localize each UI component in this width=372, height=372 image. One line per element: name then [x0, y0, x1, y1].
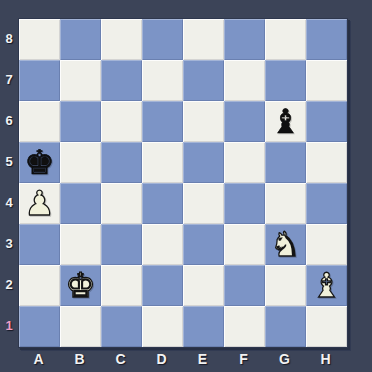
rank-label-5: 5	[0, 141, 18, 182]
square-b1[interactable]	[60, 306, 101, 347]
file-labels: ABCDEFGH	[18, 347, 346, 372]
chess-diagram: 87654321 ♝♚♟♞♚♝ ABCDEFGH	[0, 0, 372, 372]
square-f7[interactable]	[224, 60, 265, 101]
square-f1[interactable]	[224, 306, 265, 347]
square-h7[interactable]	[306, 60, 347, 101]
rank-labels: 87654321	[0, 18, 18, 346]
square-b4[interactable]	[60, 183, 101, 224]
square-a4[interactable]: ♟	[19, 183, 60, 224]
square-h2[interactable]: ♝	[306, 265, 347, 306]
square-h3[interactable]	[306, 224, 347, 265]
square-g3[interactable]: ♞	[265, 224, 306, 265]
square-f8[interactable]	[224, 19, 265, 60]
square-d1[interactable]	[142, 306, 183, 347]
square-a8[interactable]	[19, 19, 60, 60]
square-d4[interactable]	[142, 183, 183, 224]
square-f5[interactable]	[224, 142, 265, 183]
file-label-g: G	[264, 347, 305, 372]
square-c5[interactable]	[101, 142, 142, 183]
square-e3[interactable]	[183, 224, 224, 265]
square-d3[interactable]	[142, 224, 183, 265]
white-bishop-h2[interactable]: ♝	[311, 265, 341, 306]
square-g4[interactable]	[265, 183, 306, 224]
square-b2[interactable]: ♚	[60, 265, 101, 306]
square-a2[interactable]	[19, 265, 60, 306]
file-label-e: E	[182, 347, 223, 372]
square-h6[interactable]	[306, 101, 347, 142]
square-g5[interactable]	[265, 142, 306, 183]
square-c1[interactable]	[101, 306, 142, 347]
square-e6[interactable]	[183, 101, 224, 142]
square-h4[interactable]	[306, 183, 347, 224]
square-f4[interactable]	[224, 183, 265, 224]
square-c8[interactable]	[101, 19, 142, 60]
rank-label-4: 4	[0, 182, 18, 223]
square-d7[interactable]	[142, 60, 183, 101]
square-h1[interactable]	[306, 306, 347, 347]
square-c6[interactable]	[101, 101, 142, 142]
white-knight-g3[interactable]: ♞	[270, 224, 300, 265]
square-d5[interactable]	[142, 142, 183, 183]
file-label-h: H	[305, 347, 346, 372]
black-king-a5[interactable]: ♚	[24, 142, 54, 183]
rank-label-2: 2	[0, 264, 18, 305]
black-bishop-g6[interactable]: ♝	[270, 101, 300, 142]
rank-label-8: 8	[0, 18, 18, 59]
square-a1[interactable]	[19, 306, 60, 347]
square-b5[interactable]	[60, 142, 101, 183]
rank-label-1: 1	[0, 305, 18, 346]
square-a3[interactable]	[19, 224, 60, 265]
square-b7[interactable]	[60, 60, 101, 101]
square-d2[interactable]	[142, 265, 183, 306]
square-d8[interactable]	[142, 19, 183, 60]
square-c2[interactable]	[101, 265, 142, 306]
square-g2[interactable]	[265, 265, 306, 306]
square-a6[interactable]	[19, 101, 60, 142]
file-label-d: D	[141, 347, 182, 372]
square-h8[interactable]	[306, 19, 347, 60]
file-label-b: B	[59, 347, 100, 372]
rank-label-7: 7	[0, 59, 18, 100]
square-c7[interactable]	[101, 60, 142, 101]
file-label-a: A	[18, 347, 59, 372]
square-h5[interactable]	[306, 142, 347, 183]
square-g1[interactable]	[265, 306, 306, 347]
square-f3[interactable]	[224, 224, 265, 265]
square-c4[interactable]	[101, 183, 142, 224]
square-e7[interactable]	[183, 60, 224, 101]
square-e2[interactable]	[183, 265, 224, 306]
rank-label-6: 6	[0, 100, 18, 141]
chess-board: ♝♚♟♞♚♝	[18, 18, 348, 348]
square-b8[interactable]	[60, 19, 101, 60]
square-b6[interactable]	[60, 101, 101, 142]
square-c3[interactable]	[101, 224, 142, 265]
square-f2[interactable]	[224, 265, 265, 306]
square-e8[interactable]	[183, 19, 224, 60]
square-a5[interactable]: ♚	[19, 142, 60, 183]
file-label-f: F	[223, 347, 264, 372]
square-e1[interactable]	[183, 306, 224, 347]
square-e4[interactable]	[183, 183, 224, 224]
square-e5[interactable]	[183, 142, 224, 183]
square-g6[interactable]: ♝	[265, 101, 306, 142]
square-d6[interactable]	[142, 101, 183, 142]
square-g7[interactable]	[265, 60, 306, 101]
square-g8[interactable]	[265, 19, 306, 60]
white-king-b2[interactable]: ♚	[65, 265, 95, 306]
square-b3[interactable]	[60, 224, 101, 265]
square-f6[interactable]	[224, 101, 265, 142]
file-label-c: C	[100, 347, 141, 372]
square-a7[interactable]	[19, 60, 60, 101]
rank-label-3: 3	[0, 223, 18, 264]
white-pawn-a4[interactable]: ♟	[24, 183, 54, 224]
